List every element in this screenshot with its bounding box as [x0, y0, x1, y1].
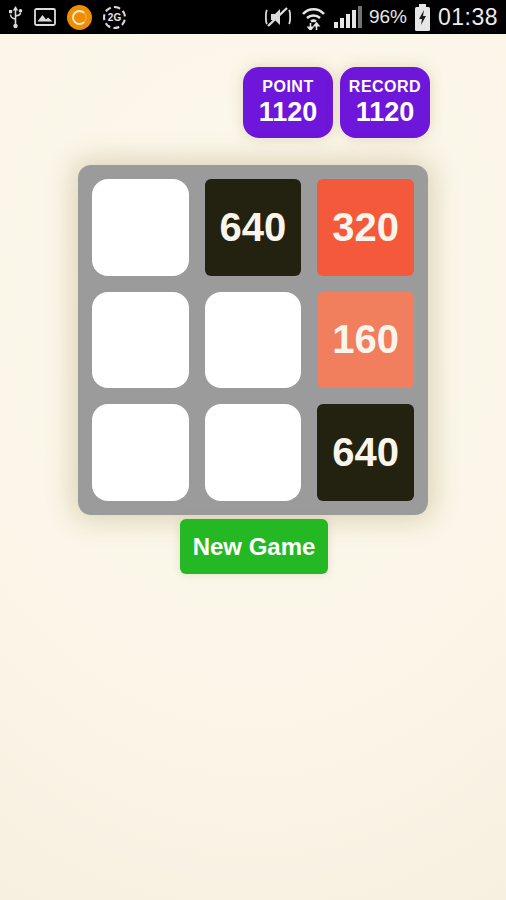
point-value: 1120 [243, 97, 333, 128]
record-badge: RECORD 1120 [340, 67, 430, 138]
empty-cell [92, 292, 189, 389]
battery-charging-icon [414, 4, 431, 31]
status-bar-left: 2G [8, 5, 126, 30]
usb-icon [8, 6, 23, 29]
new-game-button[interactable]: New Game [180, 519, 328, 574]
app-circle-icon [67, 5, 92, 30]
status-bar-right: 96% 01:38 [263, 4, 498, 31]
tile-160: 160 [317, 292, 414, 389]
status-bar: 2G [0, 0, 506, 34]
empty-cell [205, 292, 302, 389]
battery-percent-label: 96% [369, 6, 407, 28]
wifi-icon [300, 5, 327, 30]
empty-cell [205, 404, 302, 501]
2g-network-icon: 2G [103, 6, 126, 29]
empty-cell [92, 404, 189, 501]
clock-label: 01:38 [438, 4, 498, 31]
record-label: RECORD [340, 78, 430, 96]
point-badge: POINT 1120 [243, 67, 333, 138]
board[interactable]: 640320160640 [78, 165, 428, 515]
2g-label: 2G [108, 12, 121, 23]
tile-640: 640 [317, 404, 414, 501]
signal-bars-icon [334, 6, 362, 28]
gallery-icon [34, 8, 56, 26]
empty-cell [92, 179, 189, 276]
tile-320: 320 [317, 179, 414, 276]
vibrate-muted-icon [263, 6, 293, 28]
tile-640: 640 [205, 179, 302, 276]
point-label: POINT [243, 78, 333, 96]
record-value: 1120 [340, 97, 430, 128]
